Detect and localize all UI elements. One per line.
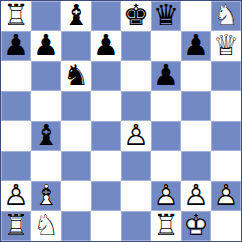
square-h2[interactable]: ♟♙ (211, 181, 241, 211)
black-piece-body: ♟ (31, 31, 61, 61)
square-e5[interactable] (121, 91, 151, 121)
white-pawn-icon[interactable]: ♟♙ (211, 181, 241, 211)
square-c3[interactable] (61, 151, 91, 181)
square-g7[interactable]: ♟ (181, 31, 211, 61)
black-piece-body: ♞ (61, 61, 91, 91)
square-a2[interactable]: ♟♙ (1, 181, 31, 211)
white-piece-outline: ♖ (1, 1, 31, 31)
square-c2[interactable] (61, 181, 91, 211)
white-rook-icon[interactable]: ♜♖ (151, 211, 181, 241)
square-c6[interactable]: ♞ (61, 61, 91, 91)
white-king-icon[interactable]: ♚♔ (181, 211, 211, 241)
square-e8[interactable]: ♚ (121, 1, 151, 31)
square-f5[interactable] (151, 91, 181, 121)
square-b7[interactable]: ♟ (31, 31, 61, 61)
square-f2[interactable]: ♟♙ (151, 181, 181, 211)
square-h3[interactable] (211, 151, 241, 181)
square-e6[interactable] (121, 61, 151, 91)
black-piece-body: ♝ (61, 1, 91, 31)
square-g1[interactable]: ♚♔ (181, 211, 211, 241)
square-b2[interactable]: ♝♗ (31, 181, 61, 211)
square-a8[interactable]: ♜♖ (1, 1, 31, 31)
square-a3[interactable] (1, 151, 31, 181)
square-e3[interactable] (121, 151, 151, 181)
black-pawn-icon[interactable]: ♟ (31, 31, 61, 61)
square-d8[interactable] (91, 1, 121, 31)
chess-board: ♜♖♝♚♛♞♘♟♟♟♟♛♕♞♟♝♟♙♟♙♝♗♟♙♟♙♟♙♜♖♞♘♜♖♚♔ (0, 0, 242, 242)
black-pawn-icon[interactable]: ♟ (181, 31, 211, 61)
black-piece-body: ♛ (151, 1, 181, 31)
white-piece-outline: ♙ (181, 181, 211, 211)
black-piece-body: ♟ (1, 31, 31, 61)
black-pawn-icon[interactable]: ♟ (91, 31, 121, 61)
square-f3[interactable] (151, 151, 181, 181)
white-pawn-icon[interactable]: ♟♙ (181, 181, 211, 211)
square-b1[interactable]: ♞♘ (31, 211, 61, 241)
square-d1[interactable] (91, 211, 121, 241)
square-g3[interactable] (181, 151, 211, 181)
white-pawn-icon[interactable]: ♟♙ (1, 181, 31, 211)
square-f1[interactable]: ♜♖ (151, 211, 181, 241)
white-pawn-icon[interactable]: ♟♙ (121, 121, 151, 151)
black-piece-body: ♝ (31, 121, 61, 151)
square-d7[interactable]: ♟ (91, 31, 121, 61)
black-knight-icon[interactable]: ♞ (61, 61, 91, 91)
square-b6[interactable] (31, 61, 61, 91)
white-queen-icon[interactable]: ♛♕ (211, 31, 241, 61)
black-bishop-icon[interactable]: ♝ (61, 1, 91, 31)
square-g8[interactable] (181, 1, 211, 31)
square-e7[interactable] (121, 31, 151, 61)
square-h6[interactable] (211, 61, 241, 91)
square-g4[interactable] (181, 121, 211, 151)
white-rook-icon[interactable]: ♜♖ (1, 211, 31, 241)
white-piece-outline: ♘ (211, 1, 241, 31)
square-h8[interactable]: ♞♘ (211, 1, 241, 31)
square-f8[interactable]: ♛ (151, 1, 181, 31)
square-h7[interactable]: ♛♕ (211, 31, 241, 61)
square-g2[interactable]: ♟♙ (181, 181, 211, 211)
black-piece-body: ♟ (91, 31, 121, 61)
white-bishop-icon[interactable]: ♝♗ (31, 181, 61, 211)
square-e1[interactable] (121, 211, 151, 241)
white-pawn-icon[interactable]: ♟♙ (151, 181, 181, 211)
chess-diagram: ♜♖♝♚♛♞♘♟♟♟♟♛♕♞♟♝♟♙♟♙♝♗♟♙♟♙♟♙♜♖♞♘♜♖♚♔ (0, 0, 242, 242)
square-c1[interactable] (61, 211, 91, 241)
square-b5[interactable] (31, 91, 61, 121)
black-piece-body: ♟ (151, 61, 181, 91)
black-piece-body: ♚ (121, 1, 151, 31)
square-d4[interactable] (91, 121, 121, 151)
square-b8[interactable] (31, 1, 61, 31)
white-piece-outline: ♖ (1, 211, 31, 241)
black-queen-icon[interactable]: ♛ (151, 1, 181, 31)
square-a4[interactable] (1, 121, 31, 151)
square-f6[interactable]: ♟ (151, 61, 181, 91)
black-king-icon[interactable]: ♚ (121, 1, 151, 31)
square-c5[interactable] (61, 91, 91, 121)
black-bishop-icon[interactable]: ♝ (31, 121, 61, 151)
square-f4[interactable] (151, 121, 181, 151)
square-d6[interactable] (91, 61, 121, 91)
black-piece-body: ♟ (181, 31, 211, 61)
square-a6[interactable] (1, 61, 31, 91)
white-piece-outline: ♙ (151, 181, 181, 211)
square-h1[interactable] (211, 211, 241, 241)
white-knight-icon[interactable]: ♞♘ (31, 211, 61, 241)
white-piece-outline: ♕ (211, 31, 241, 61)
square-b3[interactable] (31, 151, 61, 181)
square-a1[interactable]: ♜♖ (1, 211, 31, 241)
square-c8[interactable]: ♝ (61, 1, 91, 31)
white-piece-outline: ♙ (121, 121, 151, 151)
white-piece-outline: ♔ (181, 211, 211, 241)
white-piece-outline: ♙ (211, 181, 241, 211)
white-knight-icon[interactable]: ♞♘ (211, 1, 241, 31)
square-e4[interactable]: ♟♙ (121, 121, 151, 151)
square-c7[interactable] (61, 31, 91, 61)
square-h5[interactable] (211, 91, 241, 121)
white-piece-outline: ♙ (1, 181, 31, 211)
square-d5[interactable] (91, 91, 121, 121)
square-g6[interactable] (181, 61, 211, 91)
square-d2[interactable] (91, 181, 121, 211)
square-e2[interactable] (121, 181, 151, 211)
square-f7[interactable] (151, 31, 181, 61)
black-pawn-icon[interactable]: ♟ (1, 31, 31, 61)
black-pawn-icon[interactable]: ♟ (151, 61, 181, 91)
white-piece-outline: ♘ (31, 211, 61, 241)
white-rook-icon[interactable]: ♜♖ (1, 1, 31, 31)
white-piece-outline: ♗ (31, 181, 61, 211)
square-b4[interactable]: ♝ (31, 121, 61, 151)
square-c4[interactable] (61, 121, 91, 151)
square-a7[interactable]: ♟ (1, 31, 31, 61)
square-g5[interactable] (181, 91, 211, 121)
square-h4[interactable] (211, 121, 241, 151)
white-piece-outline: ♖ (151, 211, 181, 241)
square-a5[interactable] (1, 91, 31, 121)
square-d3[interactable] (91, 151, 121, 181)
